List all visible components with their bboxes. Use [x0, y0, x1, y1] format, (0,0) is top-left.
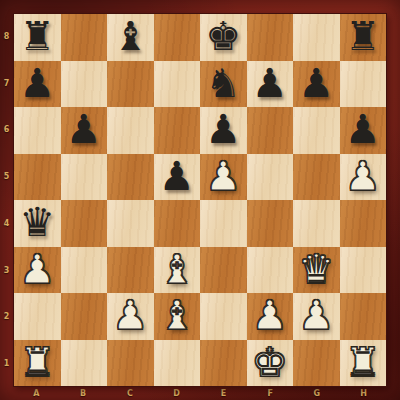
file-label-h: H: [340, 387, 387, 400]
square-g2[interactable]: ♟: [293, 293, 340, 340]
square-f6[interactable]: [247, 107, 294, 154]
square-c1[interactable]: [107, 340, 154, 387]
white-rook-a1[interactable]: ♜: [19, 342, 55, 382]
square-c8[interactable]: ♝: [107, 14, 154, 61]
square-b8[interactable]: [61, 14, 108, 61]
square-g7[interactable]: ♟: [293, 61, 340, 108]
square-g4[interactable]: [293, 200, 340, 247]
square-e1[interactable]: [200, 340, 247, 387]
white-bishop-d3[interactable]: ♝: [159, 249, 195, 289]
black-pawn-f7[interactable]: ♟: [252, 63, 288, 103]
file-label-g: G: [294, 387, 341, 400]
square-b4[interactable]: [61, 200, 108, 247]
square-e3[interactable]: [200, 247, 247, 294]
white-pawn-g2[interactable]: ♟: [298, 295, 334, 335]
square-e8[interactable]: ♚: [200, 14, 247, 61]
rank-label-8: 8: [0, 13, 13, 60]
square-h5[interactable]: ♟: [340, 154, 387, 201]
rank-label-1: 1: [0, 340, 13, 387]
square-d7[interactable]: [154, 61, 201, 108]
white-pawn-a3[interactable]: ♟: [19, 249, 55, 289]
square-f1[interactable]: ♚: [247, 340, 294, 387]
square-f2[interactable]: ♟: [247, 293, 294, 340]
file-label-f: F: [247, 387, 294, 400]
square-g5[interactable]: [293, 154, 340, 201]
file-labels: ABCDEFGH: [13, 387, 387, 400]
white-queen-g3[interactable]: ♛: [298, 249, 334, 289]
black-knight-e7[interactable]: ♞: [205, 63, 241, 103]
file-label-d: D: [153, 387, 200, 400]
square-a8[interactable]: ♜: [14, 14, 61, 61]
square-c7[interactable]: [107, 61, 154, 108]
square-b3[interactable]: [61, 247, 108, 294]
white-rook-h1[interactable]: ♜: [345, 342, 381, 382]
chessboard: ♜♝♚♜♟♞♟♟♟♟♟♟♟♟♛♟♝♛♟♝♟♟♜♚♜: [13, 13, 387, 387]
square-g8[interactable]: [293, 14, 340, 61]
black-rook-a8[interactable]: ♜: [19, 16, 55, 56]
square-d2[interactable]: ♝: [154, 293, 201, 340]
file-label-a: A: [13, 387, 60, 400]
square-e7[interactable]: ♞: [200, 61, 247, 108]
square-b1[interactable]: [61, 340, 108, 387]
square-h1[interactable]: ♜: [340, 340, 387, 387]
rank-label-7: 7: [0, 60, 13, 107]
square-b6[interactable]: ♟: [61, 107, 108, 154]
rank-label-6: 6: [0, 107, 13, 154]
square-b2[interactable]: [61, 293, 108, 340]
square-a6[interactable]: [14, 107, 61, 154]
black-pawn-a7[interactable]: ♟: [19, 63, 55, 103]
black-pawn-b6[interactable]: ♟: [66, 109, 102, 149]
rank-label-3: 3: [0, 247, 13, 294]
rank-label-4: 4: [0, 200, 13, 247]
black-rook-h8[interactable]: ♜: [345, 16, 381, 56]
square-h7[interactable]: [340, 61, 387, 108]
square-b5[interactable]: [61, 154, 108, 201]
board-frame: 87654321 ABCDEFGH ♜♝♚♜♟♞♟♟♟♟♟♟♟♟♛♟♝♛♟♝♟♟…: [0, 0, 400, 400]
square-a5[interactable]: [14, 154, 61, 201]
square-c4[interactable]: [107, 200, 154, 247]
square-d4[interactable]: [154, 200, 201, 247]
square-h6[interactable]: ♟: [340, 107, 387, 154]
square-a7[interactable]: ♟: [14, 61, 61, 108]
square-g3[interactable]: ♛: [293, 247, 340, 294]
square-c3[interactable]: [107, 247, 154, 294]
white-bishop-d2[interactable]: ♝: [159, 295, 195, 335]
square-a2[interactable]: [14, 293, 61, 340]
square-f8[interactable]: [247, 14, 294, 61]
rank-labels: 87654321: [0, 13, 13, 387]
square-c5[interactable]: [107, 154, 154, 201]
white-pawn-h5[interactable]: ♟: [345, 156, 381, 196]
square-d3[interactable]: ♝: [154, 247, 201, 294]
black-pawn-d5[interactable]: ♟: [159, 156, 195, 196]
white-pawn-e5[interactable]: ♟: [205, 156, 241, 196]
black-king-e8[interactable]: ♚: [205, 16, 241, 56]
square-a3[interactable]: ♟: [14, 247, 61, 294]
white-pawn-f2[interactable]: ♟: [252, 295, 288, 335]
square-e4[interactable]: [200, 200, 247, 247]
square-g1[interactable]: [293, 340, 340, 387]
square-d6[interactable]: [154, 107, 201, 154]
square-g6[interactable]: [293, 107, 340, 154]
square-e6[interactable]: ♟: [200, 107, 247, 154]
square-f7[interactable]: ♟: [247, 61, 294, 108]
square-h2[interactable]: [340, 293, 387, 340]
square-f4[interactable]: [247, 200, 294, 247]
square-h8[interactable]: ♜: [340, 14, 387, 61]
square-c2[interactable]: ♟: [107, 293, 154, 340]
square-h3[interactable]: [340, 247, 387, 294]
file-label-b: B: [60, 387, 107, 400]
black-pawn-h6[interactable]: ♟: [345, 109, 381, 149]
square-b7[interactable]: [61, 61, 108, 108]
square-c6[interactable]: [107, 107, 154, 154]
black-pawn-e6[interactable]: ♟: [205, 109, 241, 149]
square-d1[interactable]: [154, 340, 201, 387]
square-f5[interactable]: [247, 154, 294, 201]
black-queen-a4[interactable]: ♛: [19, 202, 55, 242]
square-a4[interactable]: ♛: [14, 200, 61, 247]
white-king-f1[interactable]: ♚: [252, 342, 288, 382]
square-e5[interactable]: ♟: [200, 154, 247, 201]
file-label-e: E: [200, 387, 247, 400]
square-h4[interactable]: [340, 200, 387, 247]
black-pawn-g7[interactable]: ♟: [298, 63, 334, 103]
rank-label-5: 5: [0, 153, 13, 200]
file-label-c: C: [107, 387, 154, 400]
square-d8[interactable]: [154, 14, 201, 61]
black-bishop-c8[interactable]: ♝: [112, 16, 148, 56]
rank-label-2: 2: [0, 294, 13, 341]
square-a1[interactable]: ♜: [14, 340, 61, 387]
white-pawn-c2[interactable]: ♟: [112, 295, 148, 335]
square-d5[interactable]: ♟: [154, 154, 201, 201]
square-f3[interactable]: [247, 247, 294, 294]
square-e2[interactable]: [200, 293, 247, 340]
